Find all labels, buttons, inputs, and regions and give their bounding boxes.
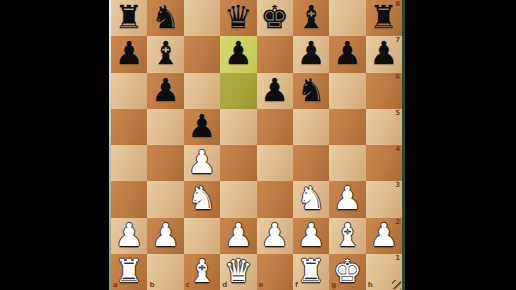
square-e6[interactable]: ♟ — [257, 73, 293, 109]
file-label-f: f — [295, 282, 298, 289]
square-f5[interactable] — [293, 109, 329, 145]
piece-black-pawn[interactable]: ♟ — [260, 73, 289, 108]
piece-black-knight[interactable]: ♞ — [151, 0, 180, 35]
piece-black-bishop[interactable]: ♝ — [151, 36, 180, 71]
square-h3[interactable]: 3 — [366, 181, 402, 217]
square-e2[interactable]: ♟ — [257, 218, 293, 254]
square-d6[interactable] — [220, 73, 256, 109]
piece-white-knight[interactable]: ♞ — [188, 181, 217, 216]
square-a8[interactable]: ♜ — [111, 0, 147, 36]
square-h7[interactable]: ♟7 — [366, 36, 402, 72]
square-f7[interactable]: ♟ — [293, 36, 329, 72]
file-label-c: c — [186, 282, 190, 289]
square-e5[interactable] — [257, 109, 293, 145]
file-label-d: d — [222, 282, 227, 289]
piece-black-pawn[interactable]: ♟ — [297, 36, 326, 71]
piece-white-pawn[interactable]: ♟ — [224, 218, 253, 253]
square-b7[interactable]: ♝ — [147, 36, 183, 72]
piece-white-bishop[interactable]: ♝ — [188, 254, 217, 289]
square-b6[interactable]: ♟ — [147, 73, 183, 109]
rank-label-2: 2 — [395, 219, 400, 226]
piece-black-rook[interactable]: ♜ — [369, 0, 398, 35]
piece-black-pawn[interactable]: ♟ — [115, 36, 144, 71]
square-g6[interactable] — [329, 73, 365, 109]
piece-white-king[interactable]: ♚ — [333, 254, 362, 289]
piece-white-pawn[interactable]: ♟ — [115, 218, 144, 253]
board-squares: ♜♞♛♚♝♜8♟♝♟♟♟♟7♟♟♞6♟5♟4♞♞♟3♟♟♟♟♟♝♟2♜ab♝c♛… — [111, 0, 402, 290]
square-g5[interactable] — [329, 109, 365, 145]
square-b3[interactable] — [147, 181, 183, 217]
piece-black-rook[interactable]: ♜ — [115, 0, 144, 35]
square-c4[interactable]: ♟ — [184, 145, 220, 181]
square-c7[interactable] — [184, 36, 220, 72]
square-a2[interactable]: ♟ — [111, 218, 147, 254]
piece-white-pawn[interactable]: ♟ — [333, 181, 362, 216]
piece-black-king[interactable]: ♚ — [260, 0, 289, 35]
piece-black-bishop[interactable]: ♝ — [297, 0, 326, 35]
square-a1[interactable]: ♜a — [111, 254, 147, 290]
piece-white-pawn[interactable]: ♟ — [297, 218, 326, 253]
piece-white-pawn[interactable]: ♟ — [369, 218, 398, 253]
square-d7[interactable]: ♟ — [220, 36, 256, 72]
square-e1[interactable]: e — [257, 254, 293, 290]
piece-black-pawn[interactable]: ♟ — [151, 73, 180, 108]
piece-white-pawn[interactable]: ♟ — [151, 218, 180, 253]
square-g2[interactable]: ♝ — [329, 218, 365, 254]
square-h2[interactable]: ♟2 — [366, 218, 402, 254]
square-g8[interactable] — [329, 0, 365, 36]
piece-black-pawn[interactable]: ♟ — [188, 109, 217, 144]
piece-white-pawn[interactable]: ♟ — [260, 218, 289, 253]
square-f2[interactable]: ♟ — [293, 218, 329, 254]
square-d5[interactable] — [220, 109, 256, 145]
piece-black-pawn[interactable]: ♟ — [369, 36, 398, 71]
square-b1[interactable]: b — [147, 254, 183, 290]
file-label-e: e — [259, 282, 264, 289]
square-h5[interactable]: 5 — [366, 109, 402, 145]
rank-label-6: 6 — [395, 74, 400, 81]
file-label-a: a — [113, 282, 118, 289]
square-e8[interactable]: ♚ — [257, 0, 293, 36]
square-h8[interactable]: ♜8 — [366, 0, 402, 36]
piece-white-bishop[interactable]: ♝ — [333, 218, 362, 253]
square-c6[interactable] — [184, 73, 220, 109]
square-b8[interactable]: ♞ — [147, 0, 183, 36]
square-g4[interactable] — [329, 145, 365, 181]
square-e4[interactable] — [257, 145, 293, 181]
square-a7[interactable]: ♟ — [111, 36, 147, 72]
square-g3[interactable]: ♟ — [329, 181, 365, 217]
piece-black-queen[interactable]: ♛ — [224, 0, 253, 35]
square-c3[interactable]: ♞ — [184, 181, 220, 217]
square-a6[interactable] — [111, 73, 147, 109]
rank-label-8: 8 — [395, 1, 400, 8]
piece-black-pawn[interactable]: ♟ — [333, 36, 362, 71]
piece-black-pawn[interactable]: ♟ — [224, 36, 253, 71]
square-f6[interactable]: ♞ — [293, 73, 329, 109]
square-c2[interactable] — [184, 218, 220, 254]
piece-white-pawn[interactable]: ♟ — [188, 145, 217, 180]
piece-white-rook[interactable]: ♜ — [297, 254, 326, 289]
square-a4[interactable] — [111, 145, 147, 181]
square-d8[interactable]: ♛ — [220, 0, 256, 36]
file-label-g: g — [331, 282, 336, 289]
square-f4[interactable] — [293, 145, 329, 181]
square-b2[interactable]: ♟ — [147, 218, 183, 254]
square-c5[interactable]: ♟ — [184, 109, 220, 145]
square-f3[interactable]: ♞ — [293, 181, 329, 217]
rank-label-3: 3 — [395, 182, 400, 189]
square-b4[interactable] — [147, 145, 183, 181]
square-d4[interactable] — [220, 145, 256, 181]
rank-label-5: 5 — [395, 110, 400, 117]
square-g1[interactable]: ♚g — [329, 254, 365, 290]
square-h6[interactable]: 6 — [366, 73, 402, 109]
piece-white-knight[interactable]: ♞ — [297, 181, 326, 216]
square-d2[interactable]: ♟ — [220, 218, 256, 254]
square-f1[interactable]: ♜f — [293, 254, 329, 290]
square-d3[interactable] — [220, 181, 256, 217]
square-d1[interactable]: ♛d — [220, 254, 256, 290]
rank-label-4: 4 — [395, 146, 400, 153]
file-label-b: b — [149, 282, 154, 289]
square-c8[interactable] — [184, 0, 220, 36]
square-e3[interactable] — [257, 181, 293, 217]
square-a5[interactable] — [111, 109, 147, 145]
board-resize-grip-icon[interactable] — [392, 280, 401, 289]
file-label-h: h — [368, 282, 373, 289]
rank-label-1: 1 — [395, 255, 400, 262]
video-frame: ♜♞♛♚♝♜8♟♝♟♟♟♟7♟♟♞6♟5♟4♞♞♟3♟♟♟♟♟♝♟2♜ab♝c♛… — [0, 0, 516, 290]
square-g7[interactable]: ♟ — [329, 36, 365, 72]
piece-white-rook[interactable]: ♜ — [115, 254, 144, 289]
piece-white-queen[interactable]: ♛ — [224, 254, 253, 289]
square-a3[interactable] — [111, 181, 147, 217]
piece-black-knight[interactable]: ♞ — [297, 73, 326, 108]
square-f8[interactable]: ♝ — [293, 0, 329, 36]
chess-board: ♜♞♛♚♝♜8♟♝♟♟♟♟7♟♟♞6♟5♟4♞♞♟3♟♟♟♟♟♝♟2♜ab♝c♛… — [109, 0, 405, 290]
square-b5[interactable] — [147, 109, 183, 145]
board-right-edge — [402, 0, 405, 290]
square-e7[interactable] — [257, 36, 293, 72]
square-c1[interactable]: ♝c — [184, 254, 220, 290]
square-h4[interactable]: 4 — [366, 145, 402, 181]
rank-label-7: 7 — [395, 37, 400, 44]
